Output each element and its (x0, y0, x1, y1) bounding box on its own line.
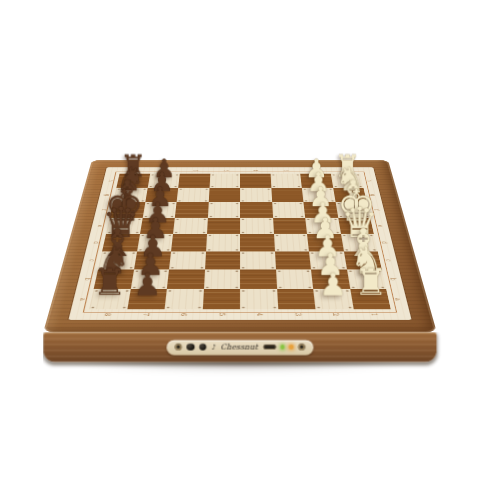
power-led-icon (280, 345, 284, 349)
square-g7 (145, 188, 178, 203)
square-f4 (240, 202, 273, 217)
charge-led-icon (289, 345, 293, 349)
round-button-2 (199, 343, 207, 351)
chess-board: 87654321 87654321 hgfedcba hgfedcba ♜♟♟♜… (43, 160, 437, 332)
square-h3 (270, 174, 302, 188)
square-f5 (207, 202, 240, 217)
square-e4 (240, 218, 274, 234)
scene: 87654321 87654321 hgfedcba hgfedcba ♜♟♟♜… (0, 0, 480, 480)
square-h5 (209, 174, 240, 188)
board-front-edge: ♪ Chessnut (43, 332, 436, 362)
square-h1 (330, 174, 363, 188)
square-g6 (177, 188, 210, 203)
square-h2 (300, 174, 332, 188)
product-photo: 87654321 87654321 hgfedcba hgfedcba ♜♟♟♜… (0, 0, 480, 480)
audio-port-left-icon (175, 343, 182, 350)
square-g2 (302, 188, 335, 203)
usb-c-port-icon (263, 345, 276, 349)
speaker-icon: ♪ (211, 343, 215, 350)
square-g3 (271, 188, 304, 203)
black-pawn-a7: ♟ (117, 270, 176, 301)
square-h7 (147, 174, 179, 188)
brand-logo: Chessnut (221, 342, 259, 351)
square-h6 (178, 174, 210, 188)
square-e5 (207, 218, 241, 234)
square-h8 (116, 174, 149, 188)
control-panel: ♪ Chessnut (167, 339, 313, 354)
round-button-1 (187, 343, 195, 351)
audio-port-right-icon (298, 343, 305, 350)
white-rook-a1: ♜ (341, 264, 400, 301)
square-h4 (240, 174, 271, 188)
square-g4 (240, 188, 272, 203)
square-g5 (208, 188, 240, 203)
